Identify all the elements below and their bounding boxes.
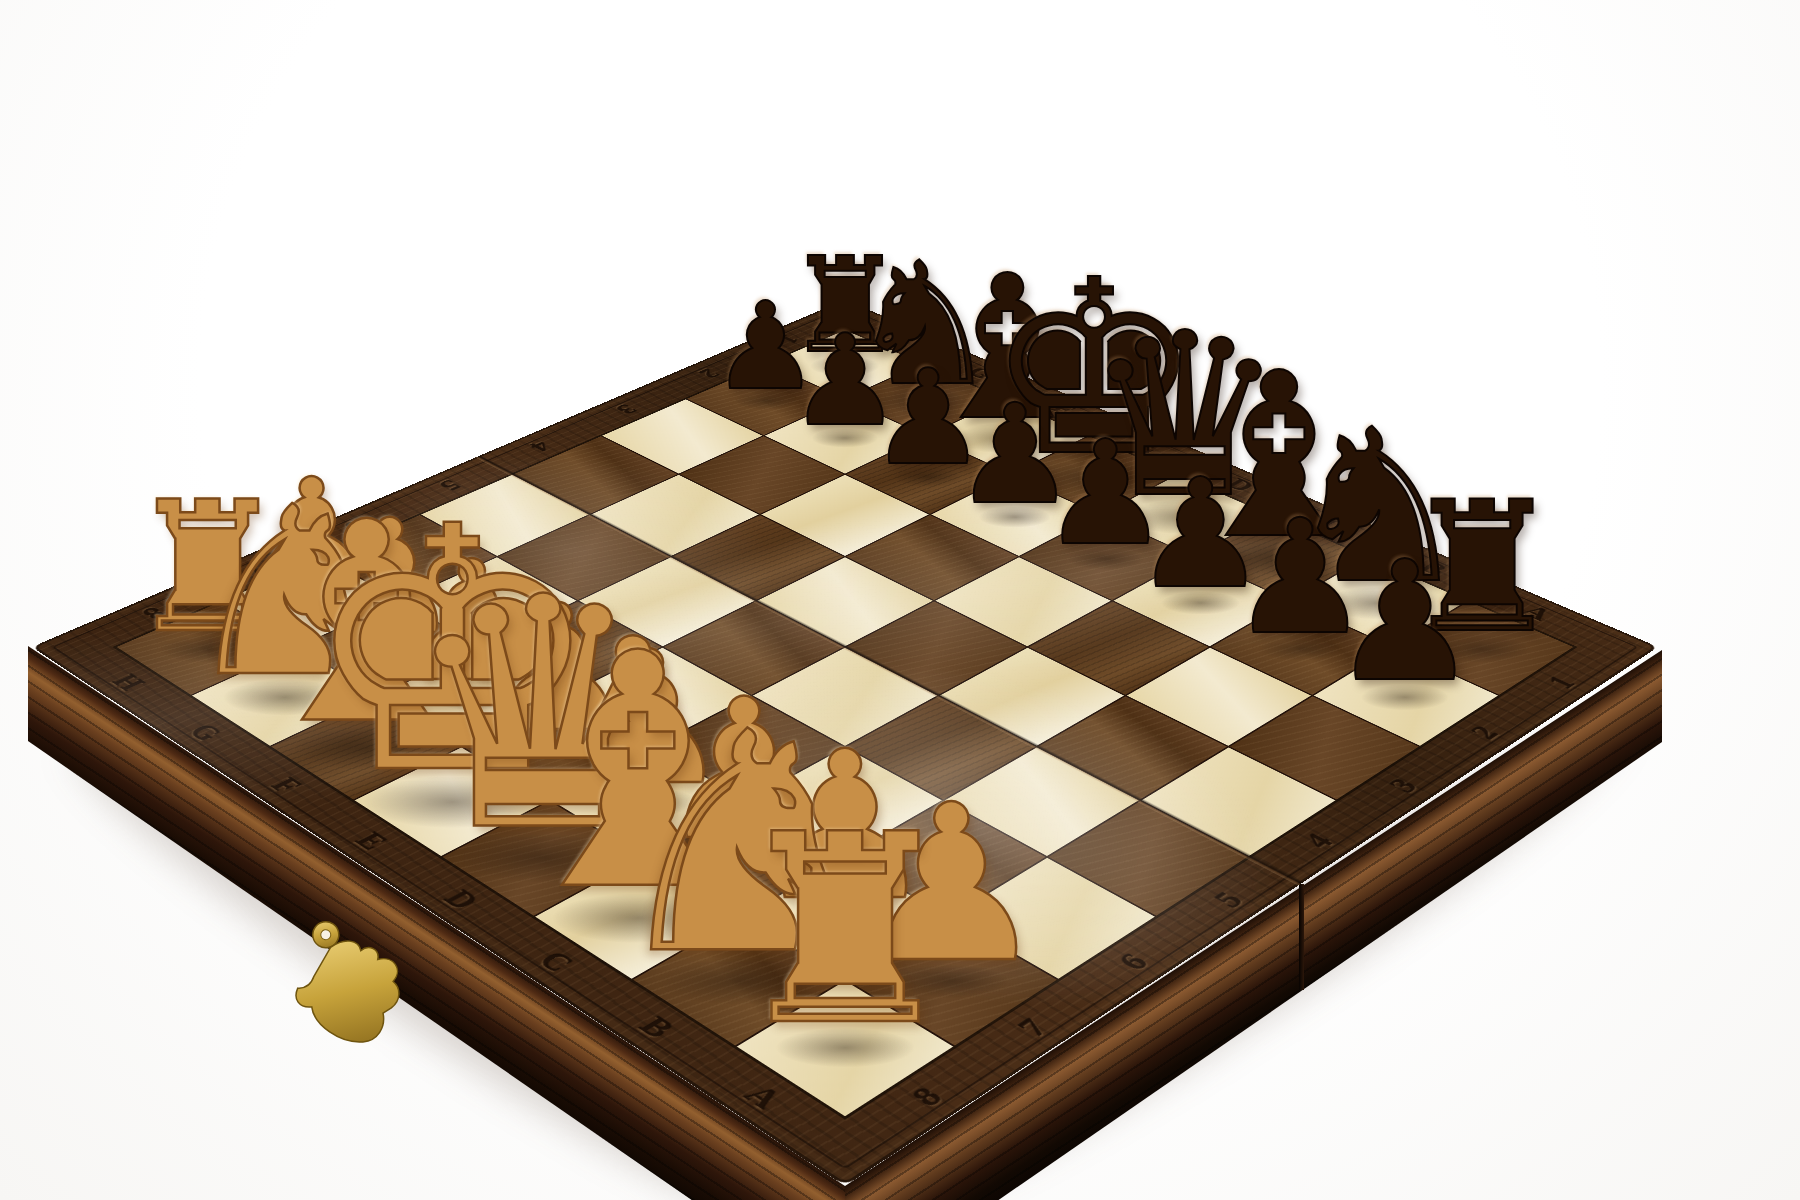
fold-seam-side-notch <box>1299 884 1304 990</box>
studio-scene: Standard chess starting setup. Light hon… <box>0 0 1800 1200</box>
chess-board: HGFEDCBA HGFEDCBA 12345678 12345678 <box>32 300 1658 1186</box>
